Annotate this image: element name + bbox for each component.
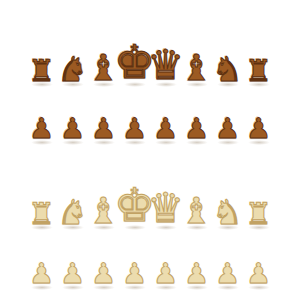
light-pawns-row: ♟♟♟♟♟♟♟♟ bbox=[0, 261, 300, 288]
pawn-glyph: ♟ bbox=[184, 116, 209, 143]
dark-pawn-piece: ♟ bbox=[243, 116, 274, 143]
pawn-glyph: ♟ bbox=[215, 261, 240, 288]
queen-glyph: ♛ bbox=[147, 46, 184, 85]
pawn-glyph: ♟ bbox=[122, 116, 147, 143]
dark-pawn-piece: ♟ bbox=[212, 116, 243, 143]
light-pieces-row: ♜♞♝♚♛♝♞♜ bbox=[0, 184, 300, 228]
pawn-glyph: ♟ bbox=[122, 261, 147, 288]
bishop-glyph: ♝ bbox=[180, 194, 212, 228]
pawn-glyph: ♟ bbox=[91, 261, 116, 288]
pawn-glyph: ♟ bbox=[153, 261, 178, 288]
pawn-glyph: ♟ bbox=[60, 261, 85, 288]
knight-glyph: ♞ bbox=[57, 196, 87, 228]
dark-pawn-piece: ♟ bbox=[57, 116, 88, 143]
light-pawn-piece: ♟ bbox=[212, 261, 243, 288]
dark-pawns-row: ♟♟♟♟♟♟♟♟ bbox=[0, 116, 300, 143]
dark-rook-piece: ♜ bbox=[243, 57, 274, 86]
dark-pawn-piece: ♟ bbox=[88, 116, 119, 143]
rook-glyph: ♜ bbox=[245, 200, 272, 229]
pawn-glyph: ♟ bbox=[246, 116, 271, 143]
light-pawn-piece: ♟ bbox=[181, 261, 212, 288]
dark-pawn-piece: ♟ bbox=[181, 116, 212, 143]
pawn-glyph: ♟ bbox=[91, 116, 116, 143]
rook-glyph: ♜ bbox=[28, 57, 55, 86]
light-king-piece: ♚ bbox=[119, 184, 150, 228]
knight-glyph: ♞ bbox=[212, 196, 242, 228]
rook-glyph: ♜ bbox=[245, 57, 272, 86]
pawn-glyph: ♟ bbox=[215, 116, 240, 143]
pawn-glyph: ♟ bbox=[184, 261, 209, 288]
rook-glyph: ♜ bbox=[28, 200, 55, 229]
dark-queen-piece: ♛ bbox=[150, 46, 181, 85]
knight-glyph: ♞ bbox=[212, 53, 242, 85]
pawn-glyph: ♟ bbox=[246, 261, 271, 288]
pawn-glyph: ♟ bbox=[153, 116, 178, 143]
pawn-glyph: ♟ bbox=[29, 261, 54, 288]
dark-king-piece: ♚ bbox=[119, 41, 150, 85]
dark-rook-piece: ♜ bbox=[26, 57, 57, 86]
dark-pawn-piece: ♟ bbox=[119, 116, 150, 143]
light-pawn-piece: ♟ bbox=[119, 261, 150, 288]
light-rook-piece: ♜ bbox=[243, 200, 274, 229]
bishop-glyph: ♝ bbox=[180, 51, 212, 85]
light-knight-piece: ♞ bbox=[212, 196, 243, 228]
light-pawn-piece: ♟ bbox=[150, 261, 181, 288]
chess-set-photo: ♜♞♝♚♛♝♞♜♟♟♟♟♟♟♟♟♜♞♝♚♛♝♞♜♟♟♟♟♟♟♟♟ bbox=[0, 0, 300, 300]
light-pawn-piece: ♟ bbox=[88, 261, 119, 288]
dark-pawn-piece: ♟ bbox=[26, 116, 57, 143]
dark-knight-piece: ♞ bbox=[212, 53, 243, 85]
light-bishop-piece: ♝ bbox=[181, 194, 212, 228]
light-pawn-piece: ♟ bbox=[57, 261, 88, 288]
light-rook-piece: ♜ bbox=[26, 200, 57, 229]
light-pawn-piece: ♟ bbox=[243, 261, 274, 288]
knight-glyph: ♞ bbox=[57, 53, 87, 85]
light-knight-piece: ♞ bbox=[57, 196, 88, 228]
pawn-glyph: ♟ bbox=[29, 116, 54, 143]
pawn-glyph: ♟ bbox=[60, 116, 85, 143]
dark-pawn-piece: ♟ bbox=[150, 116, 181, 143]
dark-pieces-row: ♜♞♝♚♛♝♞♜ bbox=[0, 41, 300, 85]
dark-bishop-piece: ♝ bbox=[181, 51, 212, 85]
dark-knight-piece: ♞ bbox=[57, 53, 88, 85]
light-pawn-piece: ♟ bbox=[26, 261, 57, 288]
queen-glyph: ♛ bbox=[147, 189, 184, 228]
light-queen-piece: ♛ bbox=[150, 189, 181, 228]
